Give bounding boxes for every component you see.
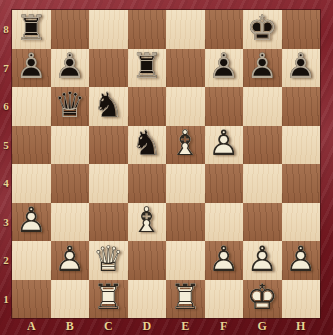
black-king[interactable]: ♚♔ xyxy=(243,10,282,49)
white-pawn-glyph: ♟ xyxy=(247,242,278,277)
square-f2[interactable]: ♟♙ xyxy=(205,241,244,280)
black-rook-glyph: ♜ xyxy=(131,49,162,84)
rank-label-2: 2 xyxy=(0,241,12,280)
white-rook-glyph: ♜ xyxy=(170,280,201,315)
black-knight-outline: ♘ xyxy=(93,88,124,123)
white-pawn[interactable]: ♟♙ xyxy=(12,203,51,242)
rank-label-7: 7 xyxy=(0,49,12,88)
white-bishop[interactable]: ♝♗ xyxy=(128,203,167,242)
white-queen[interactable]: ♛♕ xyxy=(89,241,128,280)
black-knight[interactable]: ♞♘ xyxy=(89,87,128,126)
black-king-glyph: ♚ xyxy=(247,11,278,46)
square-c7[interactable] xyxy=(89,49,128,88)
black-queen-glyph: ♛ xyxy=(54,88,85,123)
square-h7[interactable]: ♟♙ xyxy=(282,49,321,88)
black-pawn-outline: ♙ xyxy=(247,49,278,84)
square-a8[interactable]: ♜♖ xyxy=(12,10,51,49)
white-pawn-glyph: ♟ xyxy=(54,242,85,277)
square-b5[interactable] xyxy=(51,126,90,165)
square-c6[interactable]: ♞♘ xyxy=(89,87,128,126)
black-pawn[interactable]: ♟♙ xyxy=(51,49,90,88)
square-c3[interactable] xyxy=(89,203,128,242)
rank-label-6: 6 xyxy=(0,87,12,126)
square-b6[interactable]: ♛♕ xyxy=(51,87,90,126)
black-pawn-glyph: ♟ xyxy=(54,49,85,84)
black-rook[interactable]: ♜♖ xyxy=(128,49,167,88)
white-bishop[interactable]: ♝♗ xyxy=(166,126,205,165)
white-pawn-outline: ♙ xyxy=(247,242,278,277)
square-h8[interactable] xyxy=(282,10,321,49)
square-g5[interactable] xyxy=(243,126,282,165)
square-h5[interactable] xyxy=(282,126,321,165)
black-rook[interactable]: ♜♖ xyxy=(12,10,51,49)
square-c1[interactable]: ♜♖ xyxy=(89,280,128,319)
square-c2[interactable]: ♛♕ xyxy=(89,241,128,280)
white-pawn[interactable]: ♟♙ xyxy=(51,241,90,280)
file-label-h: H xyxy=(282,317,321,335)
board-frame: 87654321 ♜♖♚♔♟♙♟♙♜♖♟♙♟♙♟♙♛♕♞♘♞♘♝♗♟♙♟♙♝♗♟… xyxy=(0,0,333,335)
black-pawn-glyph: ♟ xyxy=(247,49,278,84)
square-f4[interactable] xyxy=(205,164,244,203)
white-king[interactable]: ♚♔ xyxy=(243,280,282,319)
white-bishop-outline: ♗ xyxy=(170,126,201,161)
square-a3[interactable]: ♟♙ xyxy=(12,203,51,242)
white-queen-glyph: ♛ xyxy=(93,242,124,277)
square-d2[interactable] xyxy=(128,241,167,280)
white-king-glyph: ♚ xyxy=(247,280,278,315)
black-pawn-glyph: ♟ xyxy=(285,49,316,84)
black-pawn-outline: ♙ xyxy=(54,49,85,84)
square-b2[interactable]: ♟♙ xyxy=(51,241,90,280)
white-rook-outline: ♖ xyxy=(170,280,201,315)
white-pawn-glyph: ♟ xyxy=(285,242,316,277)
square-b7[interactable]: ♟♙ xyxy=(51,49,90,88)
square-c4[interactable] xyxy=(89,164,128,203)
white-pawn[interactable]: ♟♙ xyxy=(205,126,244,165)
file-label-e: E xyxy=(166,317,205,335)
white-pawn[interactable]: ♟♙ xyxy=(243,241,282,280)
rank-label-3: 3 xyxy=(0,203,12,242)
square-a6[interactable] xyxy=(12,87,51,126)
black-pawn-outline: ♙ xyxy=(16,49,47,84)
white-rook-glyph: ♜ xyxy=(93,280,124,315)
black-queen[interactable]: ♛♕ xyxy=(51,87,90,126)
white-pawn-outline: ♙ xyxy=(54,242,85,277)
square-a2[interactable] xyxy=(12,241,51,280)
square-f1[interactable] xyxy=(205,280,244,319)
black-knight-glyph: ♞ xyxy=(131,126,162,161)
square-g3[interactable] xyxy=(243,203,282,242)
rank-label-5: 5 xyxy=(0,126,12,165)
white-pawn-glyph: ♟ xyxy=(208,242,239,277)
square-h4[interactable] xyxy=(282,164,321,203)
black-pawn-outline: ♙ xyxy=(285,49,316,84)
square-e6[interactable] xyxy=(166,87,205,126)
black-pawn-glyph: ♟ xyxy=(16,49,47,84)
rank-label-1: 1 xyxy=(0,280,12,319)
square-e5[interactable]: ♝♗ xyxy=(166,126,205,165)
file-labels: ABCDEFGH xyxy=(12,317,320,335)
white-rook[interactable]: ♜♖ xyxy=(166,280,205,319)
square-f7[interactable]: ♟♙ xyxy=(205,49,244,88)
square-c5[interactable] xyxy=(89,126,128,165)
white-pawn[interactable]: ♟♙ xyxy=(282,241,321,280)
file-label-f: F xyxy=(205,317,244,335)
square-h2[interactable]: ♟♙ xyxy=(282,241,321,280)
rank-label-8: 8 xyxy=(0,10,12,49)
square-b1[interactable] xyxy=(51,280,90,319)
square-e1[interactable]: ♜♖ xyxy=(166,280,205,319)
black-rook-outline: ♖ xyxy=(131,49,162,84)
black-pawn[interactable]: ♟♙ xyxy=(205,49,244,88)
black-king-outline: ♔ xyxy=(247,11,278,46)
file-label-b: B xyxy=(51,317,90,335)
square-g1[interactable]: ♚♔ xyxy=(243,280,282,319)
black-rook-outline: ♖ xyxy=(16,11,47,46)
rank-labels: 87654321 xyxy=(0,10,12,318)
square-d4[interactable] xyxy=(128,164,167,203)
square-h6[interactable] xyxy=(282,87,321,126)
square-e7[interactable] xyxy=(166,49,205,88)
square-e2[interactable] xyxy=(166,241,205,280)
black-knight-glyph: ♞ xyxy=(93,88,124,123)
white-pawn-outline: ♙ xyxy=(208,126,239,161)
black-pawn-glyph: ♟ xyxy=(208,49,239,84)
square-h3[interactable] xyxy=(282,203,321,242)
file-label-g: G xyxy=(243,317,282,335)
white-queen-outline: ♕ xyxy=(93,242,124,277)
square-b3[interactable] xyxy=(51,203,90,242)
chess-board: ♜♖♚♔♟♙♟♙♜♖♟♙♟♙♟♙♛♕♞♘♞♘♝♗♟♙♟♙♝♗♟♙♛♕♟♙♟♙♟♙… xyxy=(12,10,320,318)
black-pawn[interactable]: ♟♙ xyxy=(12,49,51,88)
square-f8[interactable] xyxy=(205,10,244,49)
white-king-outline: ♔ xyxy=(247,280,278,315)
white-bishop-outline: ♗ xyxy=(131,203,162,238)
black-pawn[interactable]: ♟♙ xyxy=(243,49,282,88)
black-pawn-outline: ♙ xyxy=(208,49,239,84)
white-bishop-glyph: ♝ xyxy=(170,126,201,161)
file-label-c: C xyxy=(89,317,128,335)
square-f3[interactable] xyxy=(205,203,244,242)
square-d3[interactable]: ♝♗ xyxy=(128,203,167,242)
white-pawn-glyph: ♟ xyxy=(208,126,239,161)
square-a7[interactable]: ♟♙ xyxy=(12,49,51,88)
square-h1[interactable] xyxy=(282,280,321,319)
black-pawn[interactable]: ♟♙ xyxy=(282,49,321,88)
square-e4[interactable] xyxy=(166,164,205,203)
square-g4[interactable] xyxy=(243,164,282,203)
black-queen-outline: ♕ xyxy=(54,88,85,123)
square-g6[interactable] xyxy=(243,87,282,126)
square-f5[interactable]: ♟♙ xyxy=(205,126,244,165)
square-b4[interactable] xyxy=(51,164,90,203)
white-rook-outline: ♖ xyxy=(93,280,124,315)
square-g8[interactable]: ♚♔ xyxy=(243,10,282,49)
white-pawn-outline: ♙ xyxy=(16,203,47,238)
black-knight-outline: ♘ xyxy=(131,126,162,161)
square-a1[interactable] xyxy=(12,280,51,319)
white-pawn-outline: ♙ xyxy=(285,242,316,277)
white-bishop-glyph: ♝ xyxy=(131,203,162,238)
square-d8[interactable] xyxy=(128,10,167,49)
square-d1[interactable] xyxy=(128,280,167,319)
square-b8[interactable] xyxy=(51,10,90,49)
black-knight[interactable]: ♞♘ xyxy=(128,126,167,165)
square-d6[interactable] xyxy=(128,87,167,126)
white-pawn[interactable]: ♟♙ xyxy=(205,241,244,280)
square-a5[interactable] xyxy=(12,126,51,165)
file-label-a: A xyxy=(12,317,51,335)
square-a4[interactable] xyxy=(12,164,51,203)
rank-label-4: 4 xyxy=(0,164,12,203)
square-f6[interactable] xyxy=(205,87,244,126)
white-pawn-glyph: ♟ xyxy=(16,203,47,238)
square-e3[interactable] xyxy=(166,203,205,242)
white-rook[interactable]: ♜♖ xyxy=(89,280,128,319)
white-pawn-outline: ♙ xyxy=(208,242,239,277)
square-d5[interactable]: ♞♘ xyxy=(128,126,167,165)
square-g2[interactable]: ♟♙ xyxy=(243,241,282,280)
black-rook-glyph: ♜ xyxy=(16,11,47,46)
file-label-d: D xyxy=(128,317,167,335)
square-e8[interactable] xyxy=(166,10,205,49)
square-c8[interactable] xyxy=(89,10,128,49)
square-d7[interactable]: ♜♖ xyxy=(128,49,167,88)
square-g7[interactable]: ♟♙ xyxy=(243,49,282,88)
